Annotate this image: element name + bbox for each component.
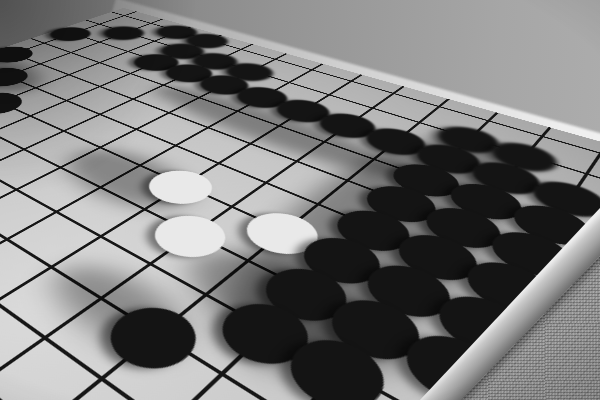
go-board-photo: ●●●●●●●●●●●●●●●●●●●●●●●●●●●●●●●●●●●●●●●●… (0, 0, 600, 400)
